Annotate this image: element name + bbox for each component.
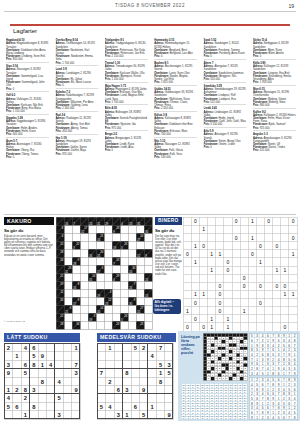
kakuro-across-clue: 20 — [100, 249, 103, 252]
binero-cell — [232, 266, 240, 274]
binero-cell — [192, 250, 200, 258]
binero-cell: 0 — [184, 250, 192, 258]
kakuro-cell — [97, 273, 105, 281]
kakuro-cell: 20 — [113, 321, 121, 329]
kakuro-cell — [89, 281, 97, 289]
binero-cell: 1 — [208, 250, 216, 258]
kakuro-across-clue: 12 — [108, 297, 111, 300]
binero-cell: 0 — [289, 217, 297, 225]
binero-cell: 0 — [232, 217, 240, 225]
kakuro-cell — [105, 273, 113, 281]
binero-cell — [273, 274, 281, 282]
kakuro-across-clue: 13 — [116, 257, 119, 260]
kakuro-down-clue: 10 — [97, 309, 100, 312]
binero-cell — [240, 323, 248, 331]
binero-cell — [281, 225, 289, 233]
kakuro-cell: 816 — [73, 281, 81, 289]
kakuro-down-clue: 30 — [145, 229, 148, 232]
kakuro-cell — [105, 257, 113, 265]
kakuro-cell — [129, 273, 137, 281]
date-header: TISDAG 8 NOVEMBER 2022 — [0, 3, 300, 8]
binero-cell — [192, 266, 200, 274]
ad-entry: Ängsbo 1:3Adress: Ängsbovägen 3, 81294 K… — [253, 131, 296, 152]
ad-entry-field: Pris: 760 000 — [154, 132, 197, 135]
kakuro-across-clue: 21 — [60, 273, 63, 276]
binero-cell — [265, 233, 273, 241]
binero-cell — [273, 323, 281, 331]
binero-cell — [216, 233, 224, 241]
binero-cell — [184, 225, 192, 233]
ads-column: Hagalund 4:10Adress: Hagalundsvägen 8, 8… — [6, 37, 49, 213]
kakuro-cell: 16 — [57, 257, 65, 265]
kakuro-down-clue: 4 — [113, 277, 115, 280]
binero-cell: 0 — [273, 241, 281, 249]
binero-cell — [257, 290, 265, 298]
sudoku-easy-header: LÄTT SUDOKU — [4, 333, 80, 342]
binero-cell: 0 — [249, 250, 257, 258]
ad-entry: Rud 2:6Adress: Rudvägen 11, 81292 Storvi… — [55, 111, 98, 132]
binero-cell — [273, 290, 281, 298]
kakuro-cell — [105, 249, 113, 257]
kakuro-cell — [97, 297, 105, 305]
kakuro-cell — [81, 265, 89, 273]
section-red-rule — [10, 24, 290, 26]
kakuro-cell — [105, 321, 113, 329]
binero-cell: 0 — [257, 282, 265, 290]
binero-cell — [265, 290, 273, 298]
binero-cell — [249, 290, 257, 298]
binero-cell — [257, 323, 265, 331]
kakuro-across-clue: 14 — [100, 305, 103, 308]
kakuro-cell — [113, 297, 121, 305]
ad-entry-field: Pris: 530 000 — [154, 155, 197, 158]
binero-cell — [249, 306, 257, 314]
kakuro-down-clue: 21 — [65, 309, 68, 312]
ad-entry: Kolarbo 7:2Adress: Kolarbovägen 7, 81293… — [55, 88, 98, 109]
binero-cell — [240, 225, 248, 233]
ad-entry: Källa 3:90Adress: Källvägen 12, 81193 Sa… — [253, 59, 296, 83]
sudoku-frame — [97, 343, 173, 419]
kakuro-cell — [137, 257, 145, 265]
kakuro-down-clue: 24 — [145, 277, 148, 280]
kakuro-cell: 817 — [73, 297, 81, 305]
binero-cell: 1 — [249, 217, 257, 225]
binero-solution-grid: 0101101001011010100101101001011010010110… — [181, 383, 247, 419]
ad-entry: Ärla 5:9Adress: Ärlavägen 9, 81290 Storv… — [204, 127, 247, 148]
kakuro-cell: 34 — [73, 321, 81, 329]
kakuro-cell — [129, 289, 137, 297]
sudoku-solution-grid-2: 1234567894567891237891234562345678915678… — [249, 377, 297, 419]
kakuro-cell — [113, 233, 121, 241]
binero-cell — [208, 241, 216, 249]
kakuro-cell — [105, 265, 113, 273]
kakuro-down-clue: 7 — [113, 261, 115, 264]
kakuro-cell — [121, 281, 129, 289]
kakuro-cell — [137, 297, 145, 305]
kakuro-down-clue: 29 — [97, 293, 100, 296]
kakuro-down-clue: 16 — [65, 221, 68, 224]
binero-cell — [224, 282, 232, 290]
binero-cell — [224, 250, 232, 258]
kakuro-cell — [105, 313, 113, 321]
binero-cell: 1 — [289, 250, 297, 258]
kakuro-cell — [129, 305, 137, 313]
kakuro-cell: 930 — [129, 297, 137, 305]
kakuro-down-clue: 8 — [145, 253, 147, 256]
kakuro-cell — [113, 305, 121, 313]
kakuro-down-clue: 17 — [97, 269, 100, 272]
kakuro-across-clue: 34 — [76, 321, 79, 324]
ad-entry: Hagalund 4:10Adress: Hagalundsvägen 8, 8… — [6, 37, 49, 61]
binero-cell: 1 — [289, 290, 297, 298]
kakuro-across-clue: 30 — [132, 265, 135, 268]
kakuro-cell — [121, 321, 129, 329]
binero-cell — [192, 323, 200, 331]
binero-cell — [265, 306, 273, 314]
binero-cell — [289, 241, 297, 249]
kakuro-down-clue: 35 — [137, 221, 140, 224]
binero-cell — [281, 274, 289, 282]
kakuro-across-clue: 21 — [100, 233, 103, 236]
kakuro-across-clue: 6 — [62, 233, 64, 236]
binero-cell — [232, 298, 240, 306]
binero-cell: 0 — [281, 323, 289, 331]
kakuro-cell: 2715 — [137, 305, 145, 313]
kakuro-cell: 22 — [57, 313, 65, 321]
kakuro-cell: 29 — [105, 217, 113, 225]
kakuro-cell — [137, 225, 145, 233]
kakuro-across-clue: 26 — [124, 313, 127, 316]
binero-cell — [232, 258, 240, 266]
kakuro-cell: 25 — [137, 321, 145, 329]
binero-cell — [265, 258, 273, 266]
kakuro-cell — [89, 321, 97, 329]
binero-cell — [249, 266, 257, 274]
kakuro-cell — [65, 257, 73, 265]
e-paper-promo-box: Allt digitalt – lös även i e-tidningen — [153, 299, 181, 314]
kakuro-cell — [105, 281, 113, 289]
kakuro-across-clue: 10 — [140, 233, 143, 236]
binero-cell: 0 — [257, 241, 265, 249]
kakuro-down-clue: 12 — [137, 253, 140, 256]
kakuro-across-clue: 4 — [110, 289, 112, 292]
kakuro-cell: 11 — [97, 217, 105, 225]
kakuro-down-clue: 3 — [73, 245, 75, 248]
binero-cell — [240, 315, 248, 323]
binero-cell: 1 — [281, 290, 289, 298]
kakuro-down-clue: 15 — [89, 277, 92, 280]
classified-ads: Hagalund 4:10Adress: Hagalundsvägen 8, 8… — [6, 37, 296, 213]
binero-cell — [257, 306, 265, 314]
kakuro-down-clue: 5 — [121, 245, 123, 248]
kakuro-cell — [129, 321, 137, 329]
kakuro-across-clue: 8 — [62, 225, 64, 228]
binero-cell — [240, 258, 248, 266]
kakuro-cell — [121, 273, 129, 281]
binero-cell — [265, 282, 273, 290]
ad-entry: Vall 6:3Adress: Vallvägen 21, 81330 Hofo… — [6, 92, 49, 113]
kakuro-cell: 29 — [97, 289, 105, 297]
kakuro-cell: 621 — [65, 305, 73, 313]
kakuro-down-clue: 4 — [121, 221, 123, 224]
kakuro-down-clue: 14 — [97, 237, 100, 240]
kakuro-cell — [113, 313, 121, 321]
binero-cell — [249, 241, 257, 249]
kakuro-cell — [81, 289, 89, 297]
binero-cell — [257, 266, 265, 274]
binero-cell — [192, 282, 200, 290]
binero-cell: 0 — [224, 266, 232, 274]
binero-cell — [232, 306, 240, 314]
ad-entry: Kullen 9:2Adress: Kullvägen 2, 81330 Hof… — [253, 108, 296, 129]
kakuro-cell — [81, 249, 89, 257]
kakuro-across-clue: 7 — [134, 281, 136, 284]
kakuro-cell — [89, 265, 97, 273]
sudoku-medium-header: MEDELSVÅR SUDOKU — [97, 333, 176, 342]
kakuro-cell — [65, 241, 73, 249]
binero-cell — [265, 315, 273, 323]
ad-entry-field: Pris: 1 700 000 — [105, 100, 148, 103]
section-title: Lagfarter — [13, 28, 37, 34]
kakuro-down-clue: 9 — [113, 229, 115, 232]
ad-entry: Siggebo 1:28Adress: Siggebovägen 5, 8139… — [6, 114, 49, 135]
ad-entry: Böle 4:18Adress: Bölevägen 18, 81892 Val… — [105, 105, 148, 129]
sudoku-frame — [4, 343, 80, 419]
binero-cell — [216, 258, 224, 266]
kakuro-cell — [113, 249, 121, 257]
kakuro-cell — [145, 233, 153, 241]
kakuro-cell: 2114 — [97, 233, 105, 241]
kakuro-down-clue: 5 — [121, 317, 123, 320]
kakuro-cell: 239 — [113, 225, 121, 233]
kakuro-cell — [121, 233, 129, 241]
binero-cell — [216, 217, 224, 225]
binero-cell — [273, 298, 281, 306]
kakuro-cell — [57, 305, 65, 313]
kakuro-cell — [81, 321, 89, 329]
binero-howto: Det får vara max två 0:or eller 1:or eft… — [155, 234, 182, 297]
kakuro-down-clue: 19 — [89, 317, 92, 320]
kakuro-howto: Kakuro är en sorts korsord, men bokstäve… — [4, 234, 53, 319]
binero-cell — [216, 315, 224, 323]
ad-entry: Gubbo 14:33Adress: Gubbovägen 33, 81194 … — [154, 85, 197, 109]
kakuro-cell: 724 — [129, 281, 137, 289]
kakuro-cell: 13 — [145, 289, 153, 297]
kakuro-cell: 4 — [105, 289, 113, 297]
ad-entry-field: Pris: 0 — [154, 55, 197, 58]
kakuro-copyright: © Kryss & Quiz AB — [4, 320, 52, 326]
ad-entry-field: Pris: 415 000 — [253, 149, 296, 152]
binero-cell — [281, 233, 289, 241]
binero-cell: 0 — [184, 323, 192, 331]
binero-cell — [257, 233, 265, 241]
binero-cell — [200, 298, 208, 306]
kakuro-cell — [121, 225, 129, 233]
binero-cell — [265, 241, 273, 249]
binero-cell — [273, 217, 281, 225]
kakuro-cell — [137, 289, 145, 297]
binero-cell — [200, 282, 208, 290]
binero-cell — [273, 258, 281, 266]
kakuro-across-clue: 10 — [92, 273, 95, 276]
kakuro-cell — [73, 305, 81, 313]
newspaper-page: TISDAG 8 NOVEMBER 2022 19 Lagfarter Haga… — [0, 0, 300, 421]
binero-cell: 0 — [200, 241, 208, 249]
kakuro-cell — [121, 265, 129, 273]
kakuro-cell — [121, 289, 129, 297]
binero-cell — [232, 250, 240, 258]
binero-cell — [184, 233, 192, 241]
binero-cell — [184, 241, 192, 249]
binero-cell — [265, 250, 273, 258]
ad-entry-field: Pris: 680 000 — [253, 103, 296, 106]
ad-entry: Lund 3:9Adress: Lundvägen 2, 81290 Storv… — [55, 66, 98, 87]
binero-cell — [289, 306, 297, 314]
kakuro-cell — [137, 241, 145, 249]
kakuro-across-clue: 18 — [60, 321, 63, 324]
kakuro-cell: 1410 — [97, 305, 105, 313]
kakuro-across-clue: 9 — [134, 297, 136, 300]
kakuro-howto-title: Så gör du — [4, 228, 23, 233]
binero-cell — [184, 290, 192, 298]
kakuro-cell: 18 — [57, 249, 65, 257]
binero-cell — [289, 225, 297, 233]
ad-entry-field: Pris: 0 — [55, 84, 98, 87]
kakuro-cell — [97, 257, 105, 265]
binero-cell — [273, 315, 281, 323]
binero-cell — [289, 258, 297, 266]
kakuro-across-clue: 15 — [60, 241, 63, 244]
binero-cell — [273, 233, 281, 241]
kakuro-cell — [89, 257, 97, 265]
binero-cell: 0 — [265, 217, 273, 225]
ad-entry: Stav 2:14Adress: Stavvägen 3, 81392 Tors… — [6, 62, 49, 90]
ad-entry-field: Pris: 2 300 000 — [55, 106, 98, 109]
kakuro-cell — [81, 257, 89, 265]
ad-entry: Hea 1:19Adress: Heavägen 19, 81191 Sandv… — [55, 134, 98, 155]
kakuro-cell — [145, 217, 153, 225]
ads-column: Överbo Berg 8:14Adress: Överbovägen 14, … — [55, 37, 98, 213]
binero-cell — [289, 323, 297, 331]
binero-cell — [281, 241, 289, 249]
kakuro-cell — [89, 297, 97, 305]
kakuro-down-clue: 34 — [89, 253, 92, 256]
binero-cell: 0 — [257, 298, 265, 306]
binero-cell — [232, 290, 240, 298]
kakuro-cell — [65, 249, 73, 257]
binero-cell — [265, 298, 273, 306]
kakuro-cell — [73, 225, 81, 233]
ads-column: Sörby 11:4Adress: Sörbygatan 4, 81139 Sa… — [253, 37, 296, 213]
kakuro-cell — [81, 297, 89, 305]
ad-entry-field: Pris: 310 000 — [204, 77, 247, 80]
kakuro-down-clue: 11 — [65, 269, 68, 272]
binero-cell — [249, 282, 257, 290]
kakuro-cell — [89, 241, 97, 249]
kakuro-cell — [145, 257, 153, 265]
ad-entry-field: Pris: 925 000 — [55, 152, 98, 155]
kakuro-down-clue: 7 — [73, 221, 75, 224]
binero-cell: 0 — [192, 298, 200, 306]
kakuro-cell — [81, 313, 89, 321]
ad-entry-field: Pris: 1 050 000 — [105, 77, 148, 80]
ad-entry: Sörby 11:4Adress: Sörbygatan 4, 81139 Sa… — [253, 37, 296, 58]
binero-cell: 1 — [208, 266, 216, 274]
binero-cell: 1 — [184, 306, 192, 314]
kakuro-across-clue: 17 — [84, 225, 87, 228]
binero-cell — [273, 225, 281, 233]
binero-cell — [265, 274, 273, 282]
binero-cell — [208, 298, 216, 306]
binero-cell — [289, 298, 297, 306]
binero-cell — [184, 315, 192, 323]
binero-cell — [216, 225, 224, 233]
binero-cell: 1 — [257, 258, 265, 266]
binero-cell — [257, 217, 265, 225]
ad-entry: Lindö 2:41Adress: Lindövägen 41, 81892 V… — [204, 105, 247, 126]
ad-entry-field: Pris: 1 825 000 — [154, 80, 197, 83]
kakuro-down-clue: 17 — [73, 301, 76, 304]
binero-cell — [281, 250, 289, 258]
binero-cell — [257, 250, 265, 258]
binero-cell: 0 — [289, 233, 297, 241]
binero-cell — [216, 274, 224, 282]
binero-cell — [232, 282, 240, 290]
kakuro-solution-cell: 7 — [244, 377, 248, 380]
sudoku-solution-cell: 8 — [292, 415, 297, 420]
binero-howto-title: Så gör du — [155, 228, 174, 233]
kakuro-cell — [113, 289, 121, 297]
kakuro-across-clue: 22 — [60, 313, 63, 316]
kakuro-cell: 319 — [89, 313, 97, 321]
binero-cell — [249, 225, 257, 233]
kakuro-down-clue: 19 — [113, 245, 116, 248]
ad-entry-field: Pris: 450 000 — [55, 129, 98, 132]
ad-entry: Mon 6:15Adress: Monvägen 15, 81296 Öster… — [253, 85, 296, 106]
kakuro-cell: 928 — [73, 257, 81, 265]
binero-cell — [240, 233, 248, 241]
kakuro-cell — [121, 257, 129, 265]
binero-cell — [289, 315, 297, 323]
ad-entry: Åsen 5:7Adress: Åsenvägen 7, 81330 Hofor… — [6, 137, 49, 158]
solutions-label: Lösning på förra veckans siffer- pusslet — [181, 335, 203, 379]
binero-cell — [208, 306, 216, 314]
kakuro-across-clue: 26 — [124, 241, 127, 244]
kakuro-cell — [145, 305, 153, 313]
binero-cell — [208, 217, 216, 225]
ad-entry: Berga 2:2Adress: Bergavägen 2, 81195 Jär… — [105, 131, 148, 152]
top-rule — [4, 11, 296, 12]
kakuro-cell — [145, 281, 153, 289]
binero-cell — [249, 315, 257, 323]
puzzles-divider-rule — [4, 214, 296, 215]
kakuro-cell: 1712 — [81, 225, 89, 233]
kakuro-grid: 1672411294133581712239306211410271522319… — [56, 217, 152, 329]
kakuro-cell — [105, 225, 113, 233]
ads-column: Sand 1:52Adress: Sandvägen 2, 81141 Sand… — [204, 37, 247, 213]
binero-cell — [289, 274, 297, 282]
binero-cell: 0 — [216, 290, 224, 298]
kakuro-cell — [65, 297, 73, 305]
binero-cell — [232, 225, 240, 233]
kakuro-cell — [137, 273, 145, 281]
ad-entry-field: Pris: 2 450 000 — [154, 106, 197, 109]
kakuro-cell — [113, 217, 121, 225]
ad-entry: Timrad 1:30Adress: Timradsvägen 30, 8119… — [105, 59, 148, 80]
ad-entry: Smedsbo 3:29Adress: Smedsbovägen 29, 812… — [204, 82, 247, 103]
binero-cell — [216, 323, 224, 331]
ad-entry: Åkern 7Adress: Åkergatan 7, 81135 Sandvi… — [204, 59, 247, 80]
